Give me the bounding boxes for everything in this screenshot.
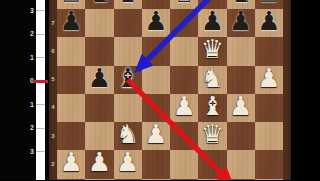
eval-scale-label: 2 [24,30,34,38]
piece-white-queen[interactable]: ♛ [201,120,224,148]
eval-scale-label: 1 [24,54,34,62]
square-h5[interactable]: ♟ [255,66,283,94]
square-h3[interactable] [255,122,283,150]
square-g6[interactable] [227,37,255,65]
square-f3[interactable]: ♛ [198,122,226,150]
square-d6[interactable] [142,37,170,65]
eval-tick [36,10,45,11]
square-e6[interactable] [170,37,198,65]
rank-label-6: 6 [49,48,57,55]
rank-label-5: 5 [49,76,57,83]
square-b2[interactable]: ♟ [85,150,113,178]
square-e2[interactable] [170,150,198,178]
square-h7[interactable]: ♟ [255,9,283,37]
square-d7[interactable]: ♟ [142,9,170,37]
piece-white-pawn[interactable]: ♟ [88,148,111,176]
square-e4[interactable]: ♟ [170,94,198,122]
piece-black-pawn[interactable]: ♟ [59,7,82,35]
chess-board[interactable]: ♜♞♝♚♞♜♟♟♟♟♟♛♟♝♞♟♟♝♟♞♟♛♟♟♟♜♜♚ [57,0,283,180]
square-h4[interactable] [255,94,283,122]
square-a6[interactable] [57,37,85,65]
square-e1[interactable] [170,179,198,181]
piece-black-king[interactable]: ♚ [172,0,195,6]
square-h1[interactable] [255,179,283,181]
piece-black-pawn[interactable]: ♟ [201,7,224,35]
eval-zero-marker [33,80,48,83]
eval-tick [36,104,45,105]
eval-tick [36,34,45,35]
piece-black-knight[interactable]: ♞ [88,0,111,6]
square-c1[interactable] [114,179,142,181]
piece-black-pawn[interactable]: ♟ [144,7,167,35]
piece-white-rook[interactable]: ♜ [59,176,82,180]
evaluation-bar [36,0,45,180]
piece-white-knight[interactable]: ♞ [116,120,139,148]
square-b8[interactable]: ♞ [85,0,113,9]
square-b1[interactable] [85,179,113,181]
square-d5[interactable] [142,66,170,94]
rank-label-4: 4 [49,104,57,111]
eval-tick [36,151,45,152]
square-a4[interactable] [57,94,85,122]
piece-white-pawn[interactable]: ♟ [59,148,82,176]
square-h2[interactable] [255,150,283,178]
piece-white-pawn[interactable]: ♟ [229,91,252,119]
square-g3[interactable] [227,122,255,150]
piece-black-bishop[interactable]: ♝ [116,0,139,6]
eval-tick [36,128,45,129]
square-c2[interactable]: ♟ [114,150,142,178]
piece-white-queen[interactable]: ♛ [201,35,224,63]
piece-white-pawn[interactable]: ♟ [172,91,195,119]
eval-scale-label: 1 [24,101,34,109]
piece-black-pawn[interactable]: ♟ [229,7,252,35]
square-a1[interactable]: ♜ [57,179,85,181]
square-b7[interactable] [85,9,113,37]
evaluation-sidebar: 3210123 [0,0,49,180]
rank-label-2: 2 [49,161,57,168]
square-c8[interactable]: ♝ [114,0,142,9]
square-g1[interactable]: ♚ [227,179,255,181]
square-b4[interactable] [85,94,113,122]
square-e3[interactable] [170,122,198,150]
square-d1[interactable] [142,179,170,181]
eval-scale-label: 2 [24,124,34,132]
piece-white-rook[interactable]: ♜ [201,176,224,180]
square-g4[interactable]: ♟ [227,94,255,122]
rank-label-7: 7 [49,20,57,27]
square-a7[interactable]: ♟ [57,9,85,37]
eval-scale-label: 3 [24,7,34,15]
square-d2[interactable] [142,150,170,178]
square-e7[interactable] [170,9,198,37]
square-b5[interactable]: ♟ [85,66,113,94]
square-d3[interactable]: ♟ [142,122,170,150]
piece-white-pawn[interactable]: ♟ [144,120,167,148]
square-e8[interactable]: ♚ [170,0,198,9]
square-g7[interactable]: ♟ [227,9,255,37]
eval-tick [36,57,45,58]
square-a5[interactable] [57,66,85,94]
piece-white-pawn[interactable]: ♟ [116,148,139,176]
piece-white-knight[interactable]: ♞ [201,63,224,91]
square-c7[interactable] [114,9,142,37]
piece-black-pawn[interactable]: ♟ [88,63,111,91]
square-f1[interactable]: ♜ [198,179,226,181]
chess-analysis-screen: 3210123 ♜♞♝♚♞♜♟♟♟♟♟♛♟♝♞♟♟♝♟♞♟♛♟♟♟♜♜♚ 765… [0,0,320,180]
eval-scale-label: 3 [24,148,34,156]
piece-white-pawn[interactable]: ♟ [257,63,280,91]
rank-label-3: 3 [49,133,57,140]
piece-white-king[interactable]: ♚ [229,176,252,180]
piece-white-bishop[interactable]: ♝ [201,91,224,119]
piece-black-pawn[interactable]: ♟ [257,7,280,35]
piece-black-bishop[interactable]: ♝ [116,63,139,91]
square-c5[interactable]: ♝ [114,66,142,94]
